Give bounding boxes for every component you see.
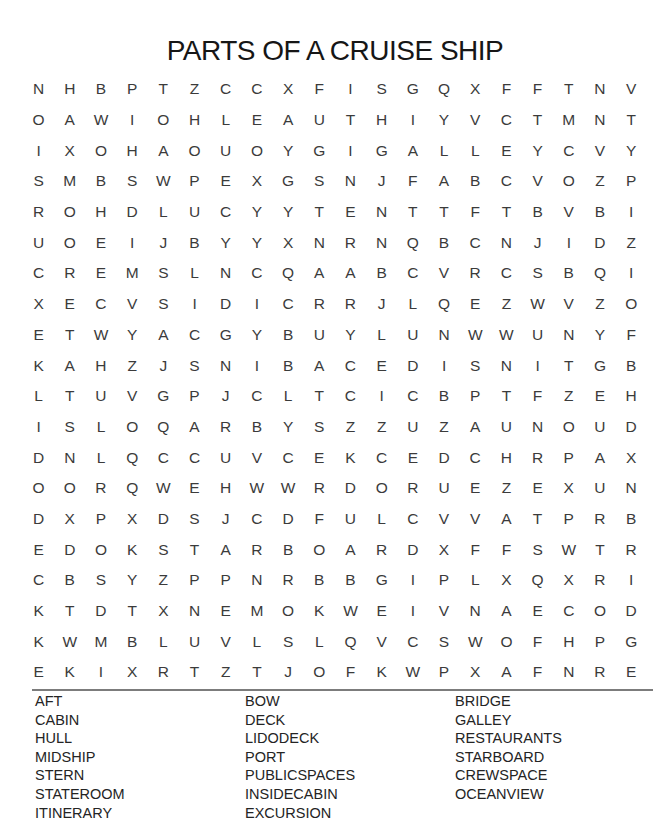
grid-cell-r18c19[interactable]: O xyxy=(584,596,615,627)
grid-cell-r12c16[interactable]: U xyxy=(491,412,522,443)
grid-cell-r8c1[interactable]: X xyxy=(23,289,54,320)
grid-cell-r1c16[interactable]: F xyxy=(491,74,522,105)
grid-cell-r19c13[interactable]: C xyxy=(397,626,428,657)
grid-cell-r3c13[interactable]: A xyxy=(397,135,428,166)
grid-cell-r16c7[interactable]: A xyxy=(210,534,241,565)
grid-cell-r17c5[interactable]: Z xyxy=(148,565,179,596)
grid-cell-r16c13[interactable]: D xyxy=(397,534,428,565)
grid-cell-r1c6[interactable]: Z xyxy=(179,74,210,105)
grid-cell-r18c1[interactable]: K xyxy=(23,596,54,627)
grid-cell-r4c14[interactable]: A xyxy=(428,166,459,197)
grid-cell-r13c15[interactable]: C xyxy=(460,442,491,473)
grid-cell-r11c18[interactable]: Z xyxy=(553,381,584,412)
grid-cell-r13c10[interactable]: E xyxy=(304,442,335,473)
grid-cell-r9c13[interactable]: U xyxy=(397,320,428,351)
grid-cell-r20c13[interactable]: W xyxy=(397,657,428,688)
grid-cell-r14c19[interactable]: U xyxy=(584,473,615,504)
grid-cell-r16c18[interactable]: W xyxy=(553,534,584,565)
grid-cell-r7c4[interactable]: M xyxy=(117,258,148,289)
grid-cell-r10c19[interactable]: G xyxy=(584,350,615,381)
grid-cell-r6c7[interactable]: Y xyxy=(210,227,241,258)
grid-cell-r11c9[interactable]: L xyxy=(273,381,304,412)
grid-cell-r9c17[interactable]: U xyxy=(522,320,553,351)
grid-cell-r20c3[interactable]: I xyxy=(85,657,116,688)
grid-cell-r9c10[interactable]: U xyxy=(304,320,335,351)
grid-cell-r9c6[interactable]: C xyxy=(179,320,210,351)
grid-cell-r12c2[interactable]: S xyxy=(54,412,85,443)
grid-cell-r20c15[interactable]: X xyxy=(460,657,491,688)
grid-cell-r20c8[interactable]: T xyxy=(241,657,272,688)
grid-cell-r6c17[interactable]: J xyxy=(522,227,553,258)
grid-cell-r4c7[interactable]: E xyxy=(210,166,241,197)
grid-cell-r14c1[interactable]: O xyxy=(23,473,54,504)
grid-cell-r14c2[interactable]: O xyxy=(54,473,85,504)
grid-cell-r13c14[interactable]: D xyxy=(428,442,459,473)
grid-cell-r12c18[interactable]: O xyxy=(553,412,584,443)
grid-cell-r6c19[interactable]: D xyxy=(584,227,615,258)
grid-cell-r18c20[interactable]: D xyxy=(616,596,647,627)
grid-cell-r6c18[interactable]: I xyxy=(553,227,584,258)
grid-cell-r14c13[interactable]: R xyxy=(397,473,428,504)
grid-cell-r17c4[interactable]: Y xyxy=(117,565,148,596)
grid-cell-r18c3[interactable]: D xyxy=(85,596,116,627)
grid-cell-r20c9[interactable]: J xyxy=(273,657,304,688)
grid-cell-r15c11[interactable]: U xyxy=(335,504,366,535)
grid-cell-r18c18[interactable]: C xyxy=(553,596,584,627)
grid-cell-r1c11[interactable]: I xyxy=(335,74,366,105)
grid-cell-r18c11[interactable]: W xyxy=(335,596,366,627)
grid-cell-r14c15[interactable]: E xyxy=(460,473,491,504)
grid-cell-r15c5[interactable]: D xyxy=(148,504,179,535)
grid-cell-r14c17[interactable]: E xyxy=(522,473,553,504)
grid-cell-r16c15[interactable]: F xyxy=(460,534,491,565)
grid-cell-r1c8[interactable]: C xyxy=(241,74,272,105)
grid-cell-r14c6[interactable]: E xyxy=(179,473,210,504)
grid-cell-r5c4[interactable]: D xyxy=(117,197,148,228)
grid-cell-r17c12[interactable]: G xyxy=(366,565,397,596)
grid-cell-r4c18[interactable]: O xyxy=(553,166,584,197)
grid-cell-r17c8[interactable]: N xyxy=(241,565,272,596)
grid-cell-r18c4[interactable]: T xyxy=(117,596,148,627)
grid-cell-r7c15[interactable]: R xyxy=(460,258,491,289)
grid-cell-r2c18[interactable]: M xyxy=(553,105,584,136)
grid-cell-r13c6[interactable]: C xyxy=(179,442,210,473)
grid-cell-r12c20[interactable]: D xyxy=(616,412,647,443)
grid-cell-r9c1[interactable]: E xyxy=(23,320,54,351)
grid-cell-r20c16[interactable]: A xyxy=(491,657,522,688)
grid-cell-r4c5[interactable]: W xyxy=(148,166,179,197)
grid-cell-r17c1[interactable]: C xyxy=(23,565,54,596)
grid-cell-r17c3[interactable]: S xyxy=(85,565,116,596)
grid-cell-r7c12[interactable]: B xyxy=(366,258,397,289)
grid-cell-r15c8[interactable]: C xyxy=(241,504,272,535)
grid-cell-r11c5[interactable]: G xyxy=(148,381,179,412)
grid-cell-r9c7[interactable]: G xyxy=(210,320,241,351)
grid-cell-r9c11[interactable]: Y xyxy=(335,320,366,351)
grid-cell-r2c14[interactable]: Y xyxy=(428,105,459,136)
grid-cell-r4c6[interactable]: P xyxy=(179,166,210,197)
grid-cell-r15c19[interactable]: R xyxy=(584,504,615,535)
grid-cell-r18c6[interactable]: N xyxy=(179,596,210,627)
grid-cell-r2c6[interactable]: H xyxy=(179,105,210,136)
grid-cell-r8c6[interactable]: I xyxy=(179,289,210,320)
grid-cell-r15c13[interactable]: C xyxy=(397,504,428,535)
grid-cell-r10c2[interactable]: A xyxy=(54,350,85,381)
grid-cell-r14c8[interactable]: W xyxy=(241,473,272,504)
grid-cell-r14c9[interactable]: W xyxy=(273,473,304,504)
grid-cell-r4c3[interactable]: B xyxy=(85,166,116,197)
grid-cell-r3c1[interactable]: I xyxy=(23,135,54,166)
grid-cell-r7c20[interactable]: I xyxy=(616,258,647,289)
grid-cell-r6c1[interactable]: U xyxy=(23,227,54,258)
grid-cell-r1c18[interactable]: T xyxy=(553,74,584,105)
grid-cell-r5c7[interactable]: C xyxy=(210,197,241,228)
grid-cell-r7c10[interactable]: A xyxy=(304,258,335,289)
grid-cell-r4c20[interactable]: P xyxy=(616,166,647,197)
grid-cell-r3c19[interactable]: V xyxy=(584,135,615,166)
grid-cell-r12c3[interactable]: L xyxy=(85,412,116,443)
grid-cell-r5c17[interactable]: B xyxy=(522,197,553,228)
grid-cell-r11c4[interactable]: V xyxy=(117,381,148,412)
grid-cell-r13c19[interactable]: A xyxy=(584,442,615,473)
grid-cell-r14c10[interactable]: R xyxy=(304,473,335,504)
grid-cell-r8c9[interactable]: C xyxy=(273,289,304,320)
grid-cell-r16c4[interactable]: K xyxy=(117,534,148,565)
grid-cell-r5c8[interactable]: Y xyxy=(241,197,272,228)
grid-cell-r16c12[interactable]: R xyxy=(366,534,397,565)
grid-cell-r9c16[interactable]: W xyxy=(491,320,522,351)
grid-cell-r10c5[interactable]: J xyxy=(148,350,179,381)
grid-cell-r10c8[interactable]: I xyxy=(241,350,272,381)
grid-cell-r9c8[interactable]: Y xyxy=(241,320,272,351)
grid-cell-r2c9[interactable]: A xyxy=(273,105,304,136)
grid-cell-r9c19[interactable]: Y xyxy=(584,320,615,351)
grid-cell-r1c4[interactable]: P xyxy=(117,74,148,105)
grid-cell-r20c5[interactable]: R xyxy=(148,657,179,688)
grid-cell-r8c14[interactable]: Q xyxy=(428,289,459,320)
grid-cell-r2c1[interactable]: O xyxy=(23,105,54,136)
grid-cell-r10c11[interactable]: C xyxy=(335,350,366,381)
grid-cell-r11c2[interactable]: T xyxy=(54,381,85,412)
grid-cell-r12c7[interactable]: R xyxy=(210,412,241,443)
grid-cell-r9c5[interactable]: A xyxy=(148,320,179,351)
grid-cell-r6c6[interactable]: B xyxy=(179,227,210,258)
grid-cell-r7c7[interactable]: N xyxy=(210,258,241,289)
grid-cell-r19c19[interactable]: P xyxy=(584,626,615,657)
grid-cell-r6c9[interactable]: X xyxy=(273,227,304,258)
grid-cell-r11c16[interactable]: T xyxy=(491,381,522,412)
grid-cell-r3c17[interactable]: Y xyxy=(522,135,553,166)
grid-cell-r16c16[interactable]: F xyxy=(491,534,522,565)
grid-cell-r19c3[interactable]: M xyxy=(85,626,116,657)
grid-cell-r7c19[interactable]: Q xyxy=(584,258,615,289)
grid-cell-r15c1[interactable]: D xyxy=(23,504,54,535)
grid-cell-r11c19[interactable]: E xyxy=(584,381,615,412)
grid-cell-r5c3[interactable]: H xyxy=(85,197,116,228)
grid-cell-r5c15[interactable]: F xyxy=(460,197,491,228)
grid-cell-r19c10[interactable]: L xyxy=(304,626,335,657)
grid-cell-r3c14[interactable]: L xyxy=(428,135,459,166)
grid-cell-r13c3[interactable]: L xyxy=(85,442,116,473)
grid-cell-r4c16[interactable]: C xyxy=(491,166,522,197)
grid-cell-r17c2[interactable]: B xyxy=(54,565,85,596)
grid-cell-r12c14[interactable]: Z xyxy=(428,412,459,443)
grid-cell-r10c3[interactable]: H xyxy=(85,350,116,381)
grid-cell-r10c20[interactable]: B xyxy=(616,350,647,381)
grid-cell-r10c7[interactable]: N xyxy=(210,350,241,381)
grid-cell-r19c14[interactable]: S xyxy=(428,626,459,657)
grid-cell-r4c8[interactable]: X xyxy=(241,166,272,197)
grid-cell-r1c13[interactable]: G xyxy=(397,74,428,105)
grid-cell-r19c2[interactable]: W xyxy=(54,626,85,657)
grid-cell-r16c3[interactable]: O xyxy=(85,534,116,565)
grid-cell-r17c7[interactable]: P xyxy=(210,565,241,596)
grid-cell-r3c15[interactable]: L xyxy=(460,135,491,166)
grid-cell-r16c8[interactable]: R xyxy=(241,534,272,565)
grid-cell-r11c7[interactable]: J xyxy=(210,381,241,412)
grid-cell-r20c1[interactable]: E xyxy=(23,657,54,688)
grid-cell-r11c12[interactable]: I xyxy=(366,381,397,412)
grid-cell-r14c16[interactable]: Z xyxy=(491,473,522,504)
grid-cell-r15c20[interactable]: B xyxy=(616,504,647,535)
grid-cell-r2c10[interactable]: U xyxy=(304,105,335,136)
grid-cell-r5c14[interactable]: T xyxy=(428,197,459,228)
grid-cell-r5c18[interactable]: V xyxy=(553,197,584,228)
grid-cell-r19c20[interactable]: G xyxy=(616,626,647,657)
grid-cell-r17c17[interactable]: Q xyxy=(522,565,553,596)
grid-cell-r3c11[interactable]: I xyxy=(335,135,366,166)
grid-cell-r12c1[interactable]: I xyxy=(23,412,54,443)
grid-cell-r18c9[interactable]: O xyxy=(273,596,304,627)
grid-cell-r10c18[interactable]: T xyxy=(553,350,584,381)
grid-cell-r19c6[interactable]: U xyxy=(179,626,210,657)
grid-cell-r15c2[interactable]: X xyxy=(54,504,85,535)
grid-cell-r10c14[interactable]: I xyxy=(428,350,459,381)
grid-cell-r9c15[interactable]: W xyxy=(460,320,491,351)
grid-cell-r5c1[interactable]: R xyxy=(23,197,54,228)
grid-cell-r12c4[interactable]: O xyxy=(117,412,148,443)
grid-cell-r2c2[interactable]: A xyxy=(54,105,85,136)
grid-cell-r11c6[interactable]: P xyxy=(179,381,210,412)
grid-cell-r7c11[interactable]: A xyxy=(335,258,366,289)
grid-cell-r5c11[interactable]: E xyxy=(335,197,366,228)
grid-cell-r10c15[interactable]: S xyxy=(460,350,491,381)
grid-cell-r4c15[interactable]: B xyxy=(460,166,491,197)
grid-cell-r17c10[interactable]: B xyxy=(304,565,335,596)
grid-cell-r3c2[interactable]: X xyxy=(54,135,85,166)
grid-cell-r3c5[interactable]: A xyxy=(148,135,179,166)
grid-cell-r4c1[interactable]: S xyxy=(23,166,54,197)
grid-cell-r11c10[interactable]: T xyxy=(304,381,335,412)
grid-cell-r5c19[interactable]: B xyxy=(584,197,615,228)
grid-cell-r3c6[interactable]: O xyxy=(179,135,210,166)
grid-cell-r20c7[interactable]: Z xyxy=(210,657,241,688)
grid-cell-r5c13[interactable]: T xyxy=(397,197,428,228)
grid-cell-r17c13[interactable]: I xyxy=(397,565,428,596)
grid-cell-r19c11[interactable]: Q xyxy=(335,626,366,657)
grid-cell-r10c12[interactable]: E xyxy=(366,350,397,381)
grid-cell-r3c4[interactable]: H xyxy=(117,135,148,166)
grid-cell-r1c3[interactable]: B xyxy=(85,74,116,105)
grid-cell-r17c11[interactable]: B xyxy=(335,565,366,596)
grid-cell-r2c8[interactable]: E xyxy=(241,105,272,136)
grid-cell-r5c10[interactable]: T xyxy=(304,197,335,228)
grid-cell-r17c20[interactable]: I xyxy=(616,565,647,596)
grid-cell-r20c14[interactable]: P xyxy=(428,657,459,688)
grid-cell-r10c13[interactable]: D xyxy=(397,350,428,381)
grid-cell-r10c17[interactable]: I xyxy=(522,350,553,381)
grid-cell-r15c17[interactable]: T xyxy=(522,504,553,535)
grid-cell-r6c8[interactable]: Y xyxy=(241,227,272,258)
grid-cell-r7c8[interactable]: C xyxy=(241,258,272,289)
grid-cell-r8c12[interactable]: J xyxy=(366,289,397,320)
grid-cell-r1c5[interactable]: T xyxy=(148,74,179,105)
grid-cell-r10c10[interactable]: A xyxy=(304,350,335,381)
grid-cell-r11c11[interactable]: C xyxy=(335,381,366,412)
grid-cell-r13c4[interactable]: Q xyxy=(117,442,148,473)
grid-cell-r3c3[interactable]: O xyxy=(85,135,116,166)
grid-cell-r7c14[interactable]: V xyxy=(428,258,459,289)
grid-cell-r19c7[interactable]: V xyxy=(210,626,241,657)
grid-cell-r18c5[interactable]: X xyxy=(148,596,179,627)
grid-cell-r17c9[interactable]: R xyxy=(273,565,304,596)
grid-cell-r9c3[interactable]: W xyxy=(85,320,116,351)
grid-cell-r8c16[interactable]: Z xyxy=(491,289,522,320)
grid-cell-r8c8[interactable]: I xyxy=(241,289,272,320)
grid-cell-r1c2[interactable]: H xyxy=(54,74,85,105)
grid-cell-r10c6[interactable]: S xyxy=(179,350,210,381)
grid-cell-r3c12[interactable]: G xyxy=(366,135,397,166)
grid-cell-r18c17[interactable]: E xyxy=(522,596,553,627)
grid-cell-r10c16[interactable]: N xyxy=(491,350,522,381)
grid-cell-r16c2[interactable]: D xyxy=(54,534,85,565)
grid-cell-r12c19[interactable]: U xyxy=(584,412,615,443)
grid-cell-r19c18[interactable]: H xyxy=(553,626,584,657)
grid-cell-r15c12[interactable]: L xyxy=(366,504,397,535)
grid-cell-r9c4[interactable]: Y xyxy=(117,320,148,351)
grid-cell-r19c16[interactable]: O xyxy=(491,626,522,657)
grid-cell-r11c8[interactable]: C xyxy=(241,381,272,412)
grid-cell-r1c19[interactable]: N xyxy=(584,74,615,105)
grid-cell-r1c7[interactable]: C xyxy=(210,74,241,105)
grid-cell-r2c20[interactable]: T xyxy=(616,105,647,136)
grid-cell-r4c10[interactable]: S xyxy=(304,166,335,197)
grid-cell-r4c2[interactable]: M xyxy=(54,166,85,197)
grid-cell-r7c18[interactable]: B xyxy=(553,258,584,289)
grid-cell-r12c12[interactable]: Z xyxy=(366,412,397,443)
grid-cell-r4c19[interactable]: Z xyxy=(584,166,615,197)
grid-cell-r7c5[interactable]: S xyxy=(148,258,179,289)
grid-cell-r1c20[interactable]: V xyxy=(616,74,647,105)
grid-cell-r20c10[interactable]: O xyxy=(304,657,335,688)
grid-cell-r6c5[interactable]: J xyxy=(148,227,179,258)
grid-cell-r15c9[interactable]: D xyxy=(273,504,304,535)
grid-cell-r3c8[interactable]: O xyxy=(241,135,272,166)
grid-cell-r14c4[interactable]: Q xyxy=(117,473,148,504)
grid-cell-r14c3[interactable]: R xyxy=(85,473,116,504)
grid-cell-r18c7[interactable]: E xyxy=(210,596,241,627)
grid-cell-r7c9[interactable]: Q xyxy=(273,258,304,289)
grid-cell-r7c1[interactable]: C xyxy=(23,258,54,289)
grid-cell-r13c20[interactable]: X xyxy=(616,442,647,473)
grid-cell-r11c13[interactable]: C xyxy=(397,381,428,412)
grid-cell-r20c4[interactable]: X xyxy=(117,657,148,688)
grid-cell-r20c2[interactable]: K xyxy=(54,657,85,688)
grid-cell-r19c1[interactable]: K xyxy=(23,626,54,657)
grid-cell-r7c17[interactable]: S xyxy=(522,258,553,289)
grid-cell-r6c15[interactable]: C xyxy=(460,227,491,258)
grid-cell-r5c20[interactable]: I xyxy=(616,197,647,228)
grid-cell-r1c10[interactable]: F xyxy=(304,74,335,105)
grid-cell-r5c2[interactable]: O xyxy=(54,197,85,228)
grid-cell-r10c4[interactable]: Z xyxy=(117,350,148,381)
grid-cell-r3c20[interactable]: Y xyxy=(616,135,647,166)
grid-cell-r20c11[interactable]: F xyxy=(335,657,366,688)
grid-cell-r14c7[interactable]: H xyxy=(210,473,241,504)
grid-cell-r17c15[interactable]: L xyxy=(460,565,491,596)
grid-cell-r4c12[interactable]: J xyxy=(366,166,397,197)
grid-cell-r7c2[interactable]: R xyxy=(54,258,85,289)
grid-cell-r14c11[interactable]: D xyxy=(335,473,366,504)
grid-cell-r9c9[interactable]: B xyxy=(273,320,304,351)
grid-cell-r15c16[interactable]: A xyxy=(491,504,522,535)
grid-cell-r13c2[interactable]: N xyxy=(54,442,85,473)
grid-cell-r2c4[interactable]: I xyxy=(117,105,148,136)
grid-cell-r14c18[interactable]: X xyxy=(553,473,584,504)
grid-cell-r16c14[interactable]: X xyxy=(428,534,459,565)
grid-cell-r10c9[interactable]: B xyxy=(273,350,304,381)
grid-cell-r1c15[interactable]: X xyxy=(460,74,491,105)
grid-cell-r8c5[interactable]: S xyxy=(148,289,179,320)
grid-cell-r8c11[interactable]: R xyxy=(335,289,366,320)
grid-cell-r17c19[interactable]: R xyxy=(584,565,615,596)
grid-cell-r3c9[interactable]: Y xyxy=(273,135,304,166)
grid-cell-r13c13[interactable]: E xyxy=(397,442,428,473)
grid-cell-r8c7[interactable]: D xyxy=(210,289,241,320)
grid-cell-r14c5[interactable]: W xyxy=(148,473,179,504)
grid-cell-r2c15[interactable]: V xyxy=(460,105,491,136)
grid-cell-r16c10[interactable]: O xyxy=(304,534,335,565)
grid-cell-r19c17[interactable]: F xyxy=(522,626,553,657)
grid-cell-r3c18[interactable]: C xyxy=(553,135,584,166)
grid-cell-r18c16[interactable]: A xyxy=(491,596,522,627)
grid-cell-r16c9[interactable]: B xyxy=(273,534,304,565)
grid-cell-r16c6[interactable]: T xyxy=(179,534,210,565)
grid-cell-r6c14[interactable]: B xyxy=(428,227,459,258)
grid-cell-r15c15[interactable]: V xyxy=(460,504,491,535)
grid-cell-r3c16[interactable]: E xyxy=(491,135,522,166)
grid-cell-r6c13[interactable]: Q xyxy=(397,227,428,258)
grid-cell-r6c2[interactable]: O xyxy=(54,227,85,258)
grid-cell-r6c20[interactable]: Z xyxy=(616,227,647,258)
grid-cell-r14c20[interactable]: N xyxy=(616,473,647,504)
grid-cell-r20c6[interactable]: T xyxy=(179,657,210,688)
grid-cell-r2c19[interactable]: N xyxy=(584,105,615,136)
grid-cell-r9c2[interactable]: T xyxy=(54,320,85,351)
grid-cell-r1c1[interactable]: N xyxy=(23,74,54,105)
grid-cell-r8c2[interactable]: E xyxy=(54,289,85,320)
grid-cell-r9c20[interactable]: F xyxy=(616,320,647,351)
grid-cell-r11c14[interactable]: B xyxy=(428,381,459,412)
grid-cell-r8c19[interactable]: Z xyxy=(584,289,615,320)
grid-cell-r11c1[interactable]: L xyxy=(23,381,54,412)
grid-cell-r15c4[interactable]: X xyxy=(117,504,148,535)
grid-cell-r16c17[interactable]: S xyxy=(522,534,553,565)
grid-cell-r16c1[interactable]: E xyxy=(23,534,54,565)
grid-cell-r15c7[interactable]: J xyxy=(210,504,241,535)
grid-cell-r7c13[interactable]: C xyxy=(397,258,428,289)
grid-cell-r12c11[interactable]: Z xyxy=(335,412,366,443)
